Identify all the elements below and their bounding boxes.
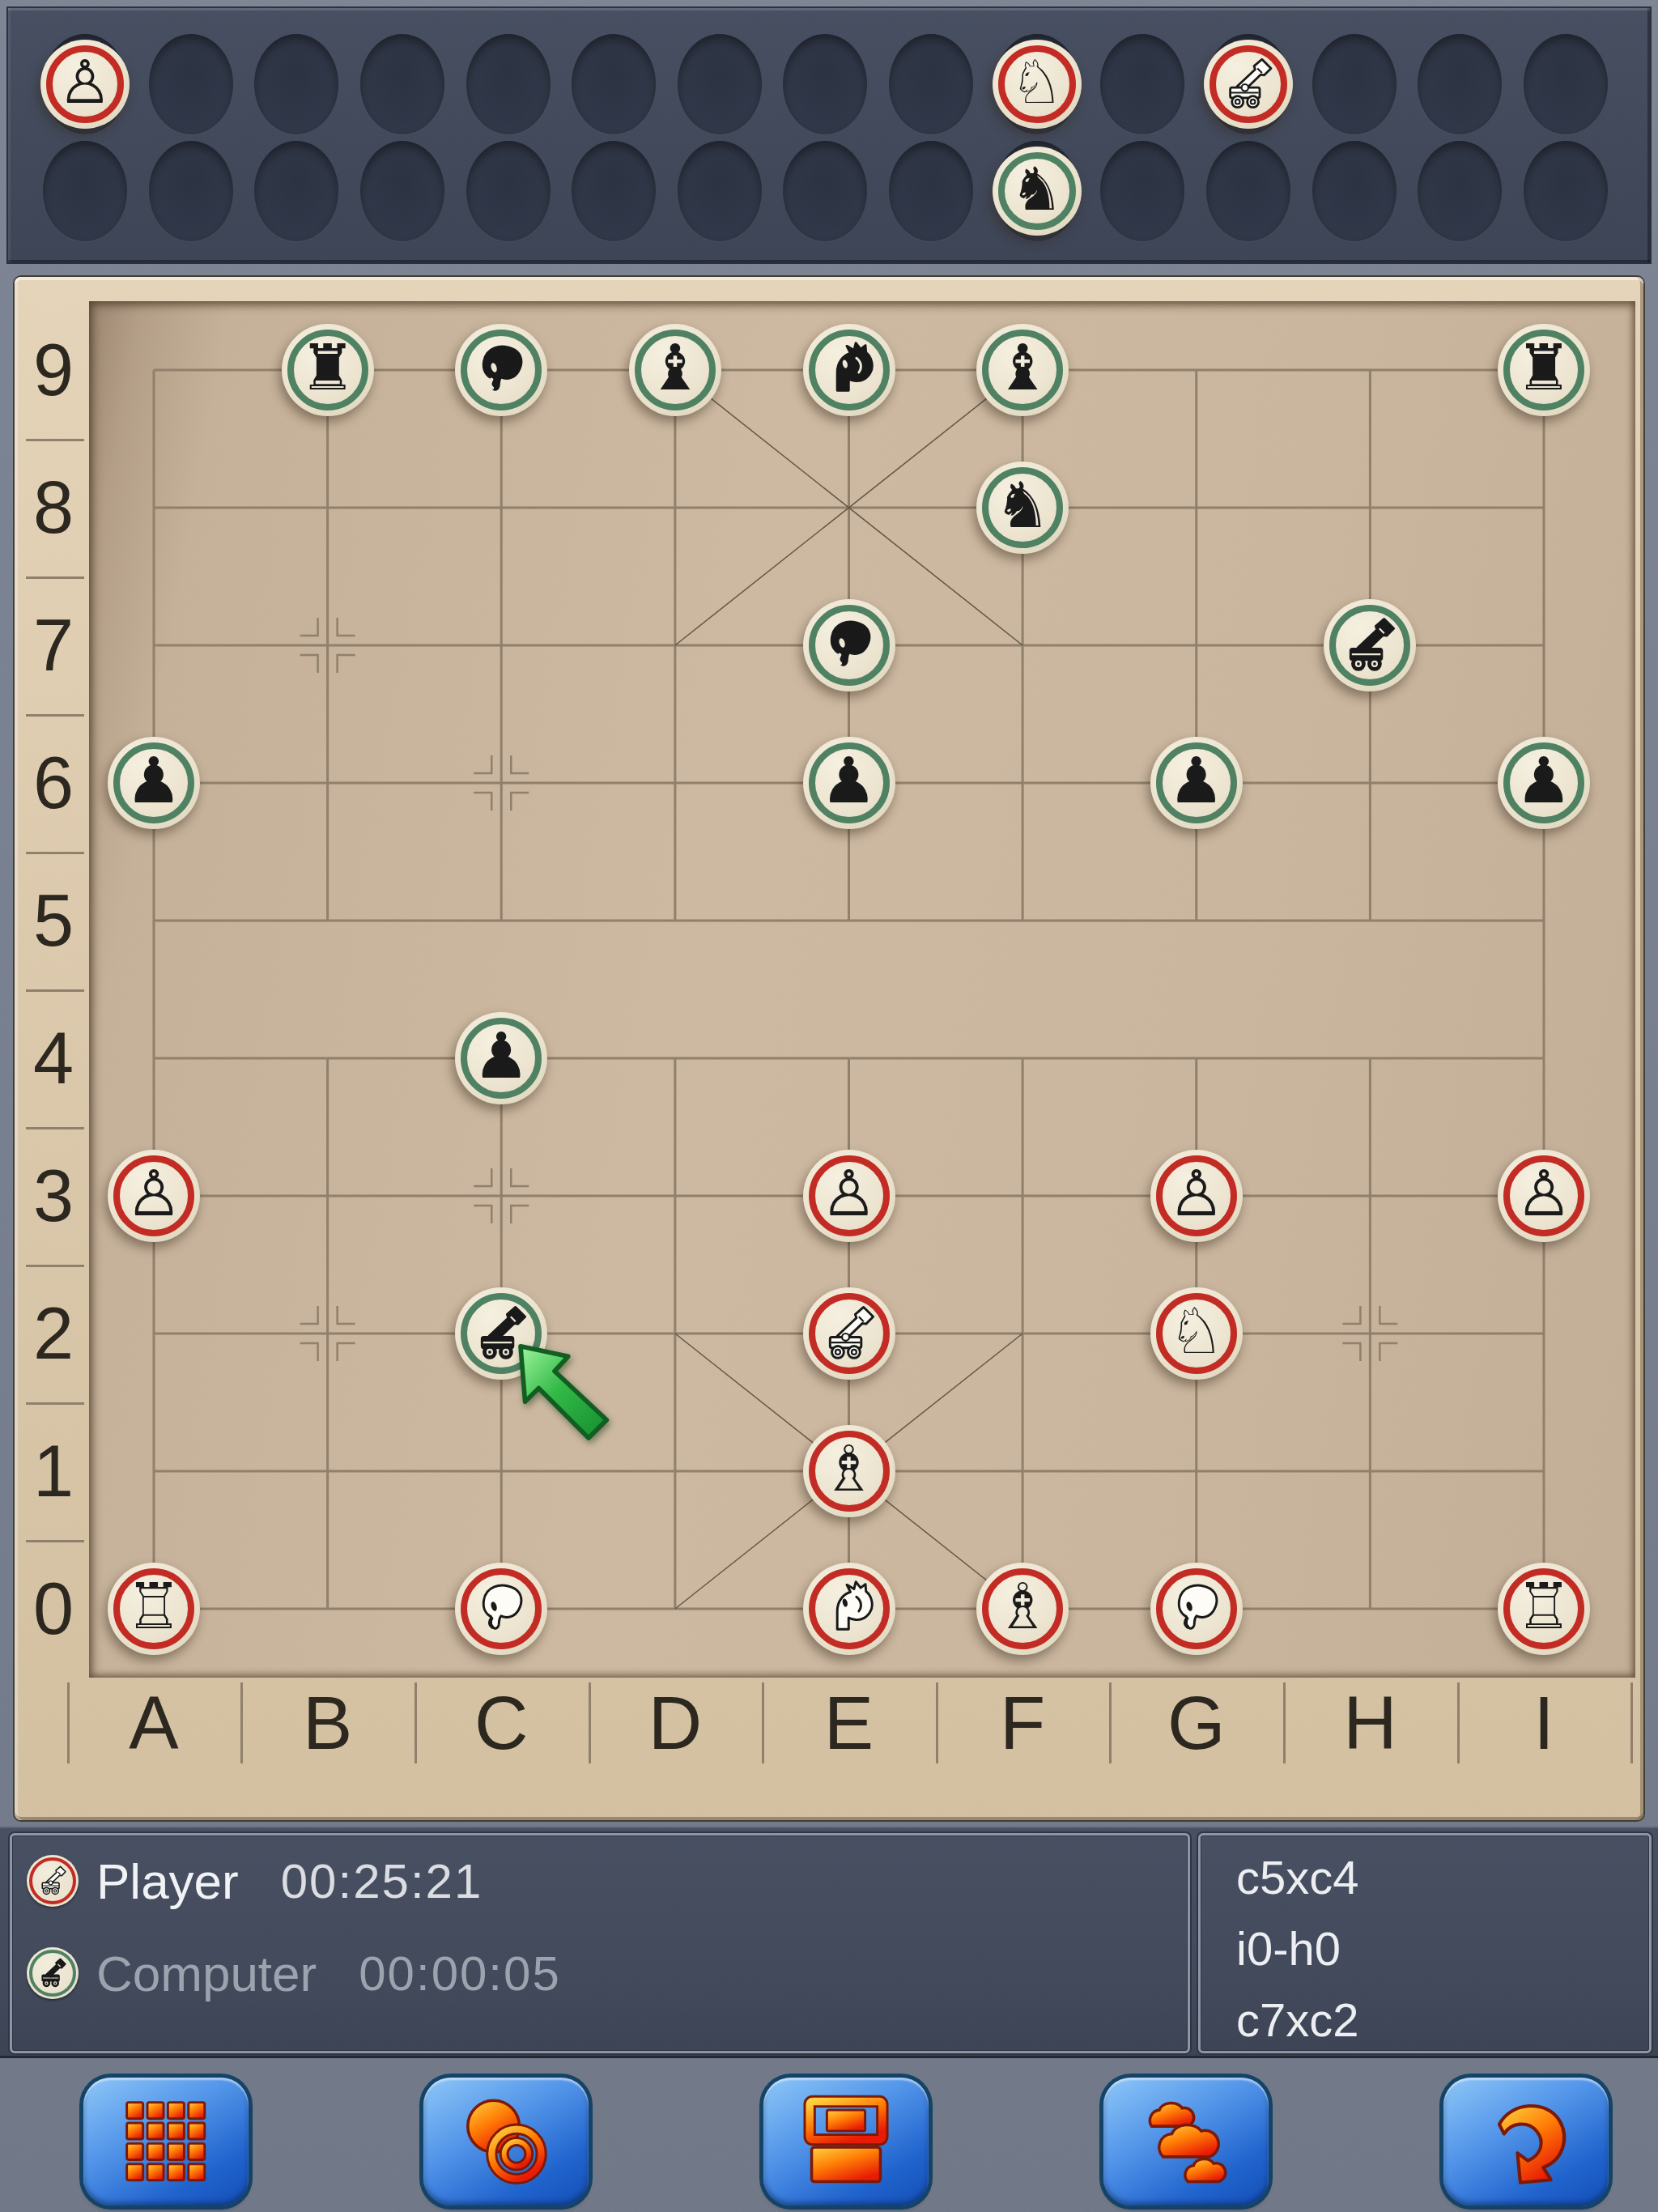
file-label-E: E	[763, 1681, 936, 1765]
file-separator	[1457, 1682, 1460, 1763]
piece-white-pawn-a3[interactable]: ♙	[108, 1150, 200, 1242]
rank-label-3: 3	[19, 1127, 87, 1265]
pawn-glyph: ♙	[1516, 1162, 1572, 1225]
piece-white-elephant-c0[interactable]	[455, 1563, 547, 1655]
file-separator	[1630, 1682, 1633, 1763]
file-label-F: F	[936, 1681, 1109, 1765]
elephant-glyph	[1167, 1579, 1226, 1639]
elephant-glyph	[471, 1579, 531, 1639]
move-entry: c7xc2	[1236, 1984, 1359, 2056]
captured-slot	[783, 34, 867, 134]
rank-separator	[26, 1127, 84, 1129]
rank-separator	[26, 1402, 84, 1405]
info-panel: Player 00:25:21 Computer 00:00:05 c5xc4i…	[0, 1827, 1658, 2058]
cannon-glyph	[1220, 56, 1277, 113]
captured-slot	[572, 34, 656, 134]
captured-slot	[360, 141, 444, 241]
captured-slot	[783, 141, 867, 241]
rank-label-8: 8	[19, 439, 87, 576]
captured-slot	[678, 141, 762, 241]
piece-white-advisor-f0[interactable]: ♗	[976, 1563, 1069, 1655]
piece-black-elephant-e7[interactable]	[803, 599, 895, 691]
piece-white-pawn-g3[interactable]: ♙	[1150, 1150, 1243, 1242]
elephant-glyph	[471, 340, 531, 400]
file-label-B: B	[241, 1681, 414, 1765]
player-row-black: Computer 00:00:05	[27, 1939, 561, 2007]
pawn-glyph: ♙	[125, 1162, 182, 1225]
pawn-glyph: ♟	[125, 749, 182, 812]
advisor-glyph: ♗	[821, 1437, 878, 1500]
board-grid-button[interactable]	[83, 2078, 249, 2206]
advisor-glyph: ♝	[994, 336, 1051, 399]
piece-black-rook-i9[interactable]: ♜	[1498, 324, 1590, 416]
captured-slot	[572, 141, 656, 241]
captured-slot	[1100, 34, 1184, 134]
captured-slot	[466, 34, 551, 134]
rank-label-6: 6	[19, 714, 87, 852]
advisor-glyph: ♗	[994, 1575, 1051, 1638]
file-label-H: H	[1283, 1681, 1456, 1765]
captured-slot	[1418, 141, 1502, 241]
toolbar	[0, 2058, 1658, 2212]
move-list: c5xc4i0-h0c7xc2	[1236, 1842, 1359, 2056]
move-list-panel[interactable]: c5xc4i0-h0c7xc2	[1198, 1833, 1652, 2053]
file-separator	[762, 1682, 764, 1763]
rank-label-2: 2	[19, 1265, 87, 1402]
file-separator	[414, 1682, 417, 1763]
rank-separator	[26, 576, 84, 579]
captured-piece-black-knight: ♞	[993, 147, 1082, 236]
rank-label-1: 1	[19, 1402, 87, 1540]
piece-white-cannon-e2[interactable]	[803, 1287, 895, 1380]
file-separator	[1109, 1682, 1112, 1763]
pawn-glyph: ♟	[473, 1024, 529, 1087]
captured-slot	[678, 34, 762, 134]
piece-white-pawn-i3[interactable]: ♙	[1498, 1150, 1590, 1242]
file-separator	[240, 1682, 243, 1763]
knight-glyph: ♞	[1010, 159, 1064, 219]
rank-label-4: 4	[19, 989, 87, 1127]
pawn-glyph: ♟	[821, 749, 878, 812]
cannon-glyph	[819, 1304, 879, 1363]
captured-slot	[1524, 141, 1608, 241]
captured-piece-white-cannon	[1204, 40, 1293, 129]
computer-clock: 00:00:05	[359, 1946, 561, 2001]
knight-glyph: ♞	[994, 474, 1051, 537]
piece-white-knight-g2[interactable]: ♘	[1150, 1287, 1243, 1380]
captured-piece-white-pawn: ♙	[40, 40, 130, 129]
undo-arrow-icon	[1478, 2094, 1574, 2189]
black-side-icon	[27, 1947, 79, 1999]
file-separator	[936, 1682, 938, 1763]
clouds-button[interactable]	[1103, 2078, 1269, 2206]
captured-slot	[1206, 141, 1290, 241]
captured-slot	[1100, 141, 1184, 241]
rook-glyph: ♖	[1516, 1575, 1572, 1638]
grid-icon	[118, 2094, 214, 2189]
piece-black-general-e9[interactable]	[803, 324, 895, 416]
rank-separator	[26, 1540, 84, 1542]
piece-black-knight-f8[interactable]: ♞	[976, 462, 1069, 554]
captured-slot	[1418, 34, 1502, 134]
rook-glyph: ♜	[1516, 336, 1572, 399]
pieces-icon	[458, 2094, 554, 2189]
player-row-white: Player 00:25:21	[27, 1847, 483, 1915]
computer-name: Computer	[96, 1945, 317, 2002]
captured-slot	[360, 34, 444, 134]
player-clock: 00:25:21	[281, 1853, 483, 1909]
captured-slot	[1524, 34, 1608, 134]
rank-label-5: 5	[19, 852, 87, 989]
player-name: Player	[96, 1853, 239, 1910]
piece-black-pawn-g6[interactable]: ♟	[1150, 737, 1243, 829]
piece-white-rook-a0[interactable]: ♖	[108, 1563, 200, 1655]
advisor-glyph: ♝	[647, 336, 704, 399]
captured-slot	[1312, 141, 1397, 241]
piece-black-pawn-i6[interactable]: ♟	[1498, 737, 1590, 829]
piece-black-cannon-h7[interactable]	[1324, 599, 1416, 691]
file-label-G: G	[1110, 1681, 1283, 1765]
general-glyph	[819, 1579, 879, 1639]
piece-white-elephant-g0[interactable]	[1150, 1563, 1243, 1655]
piece-black-advisor-f9[interactable]: ♝	[976, 324, 1069, 416]
captured-slot	[889, 34, 973, 134]
knight-glyph: ♘	[1168, 1300, 1225, 1363]
xiangqi-app: ♙♘♞ 9876543210 ABCDEFGHI ♜♝♝♜♞♟♟♟♟♟♙♙♙♙♘…	[0, 0, 1658, 2212]
board-frame: 9876543210 ABCDEFGHI ♜♝♝♜♞♟♟♟♟♟♙♙♙♙♘♗♖♗♖	[15, 277, 1643, 1820]
file-label-D: D	[589, 1681, 762, 1765]
piece-white-general-e0[interactable]	[803, 1563, 895, 1655]
xiangqi-board[interactable]: ♜♝♝♜♞♟♟♟♟♟♙♙♙♙♘♗♖♗♖	[89, 301, 1635, 1678]
captured-slot	[254, 34, 338, 134]
undo-button[interactable]	[1443, 2078, 1609, 2206]
rank-label-9: 9	[19, 301, 87, 439]
knight-glyph: ♘	[1010, 52, 1064, 112]
rank-label-7: 7	[19, 576, 87, 714]
piece-black-advisor-d9[interactable]: ♝	[629, 324, 721, 416]
piece-black-rook-b9[interactable]: ♜	[282, 324, 374, 416]
piece-white-rook-i0[interactable]: ♖	[1498, 1563, 1590, 1655]
pawn-glyph: ♟	[1516, 749, 1572, 812]
piece-black-pawn-e6[interactable]: ♟	[803, 737, 895, 829]
captured-slot	[889, 141, 973, 241]
players-panel: Player 00:25:21 Computer 00:00:05	[10, 1833, 1190, 2053]
pawn-glyph: ♟	[1168, 749, 1225, 812]
rank-label-0: 0	[19, 1540, 87, 1678]
pieces-button[interactable]	[423, 2078, 589, 2206]
captured-pieces-tray: ♙♘♞	[8, 8, 1650, 262]
captured-slot	[466, 141, 551, 241]
move-cursor-arrow	[509, 1335, 623, 1453]
captured-slot	[149, 34, 233, 134]
captured-slot	[1312, 34, 1397, 134]
piece-white-advisor-e1[interactable]: ♗	[803, 1425, 895, 1517]
pawn-glyph: ♙	[821, 1162, 878, 1225]
general-glyph	[819, 340, 879, 400]
piece-white-pawn-e3[interactable]: ♙	[803, 1150, 895, 1242]
move-entry: c5xc4	[1236, 1842, 1359, 1913]
rook-glyph: ♜	[300, 336, 356, 399]
file-label-A: A	[67, 1681, 240, 1765]
file-separator	[589, 1682, 591, 1763]
rank-separator	[26, 439, 84, 441]
captured-piece-white-knight: ♘	[993, 40, 1082, 129]
piece-black-pawn-a6[interactable]: ♟	[108, 737, 200, 829]
save-button[interactable]	[763, 2078, 929, 2206]
save-icon	[798, 2094, 894, 2189]
white-side-icon	[27, 1855, 79, 1907]
file-label-I: I	[1457, 1681, 1630, 1765]
rank-separator	[26, 989, 84, 992]
rook-glyph: ♖	[125, 1575, 182, 1638]
pawn-glyph: ♙	[58, 52, 112, 112]
captured-slot	[149, 141, 233, 241]
file-separator	[1283, 1682, 1286, 1763]
rank-separator	[26, 852, 84, 854]
piece-black-pawn-c4[interactable]: ♟	[455, 1012, 547, 1104]
captured-slot	[254, 141, 338, 241]
file-separator	[67, 1682, 70, 1763]
rank-separator	[26, 714, 84, 717]
pawn-glyph: ♙	[1168, 1162, 1225, 1225]
clouds-icon	[1138, 2094, 1234, 2189]
elephant-glyph	[819, 615, 879, 675]
move-entry: i0-h0	[1236, 1913, 1359, 1984]
rank-separator	[26, 1265, 84, 1267]
file-label-C: C	[414, 1681, 588, 1765]
cannon-glyph	[1340, 615, 1400, 675]
captured-slot	[43, 141, 127, 241]
piece-black-elephant-c9[interactable]	[455, 324, 547, 416]
